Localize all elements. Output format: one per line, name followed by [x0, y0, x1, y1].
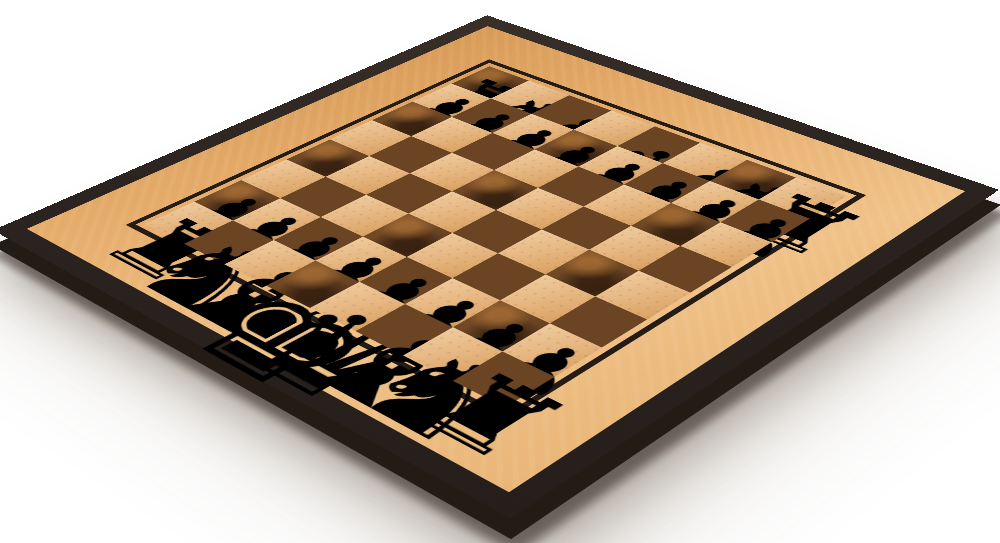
chess-board: ♜♞♝♚♛♝♞♜♟♟♟♟♟♟♟♟♟♟♟♟♟♟♟♟♜♞♝♚♛♝♞♜ — [0, 15, 999, 518]
chess-set-product-photo: ♜♞♝♚♛♝♞♜♟♟♟♟♟♟♟♟♟♟♟♟♟♟♟♟♜♞♝♚♛♝♞♜ — [0, 0, 1000, 543]
